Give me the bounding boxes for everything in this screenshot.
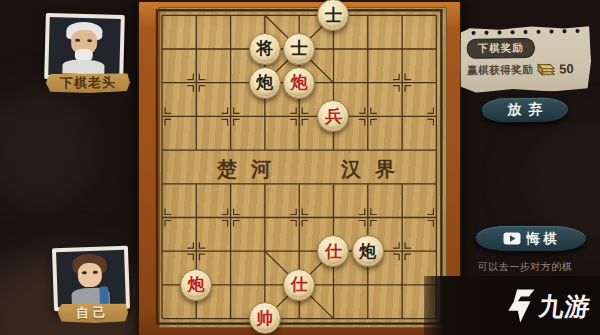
piece-red-炮[interactable]: 炮 [180, 269, 212, 301]
opponent-avatar [62, 21, 105, 72]
reward-desc: 赢棋获得奖励 [467, 62, 533, 77]
piece-red-兵[interactable]: 兵 [317, 100, 349, 132]
undo-hint-text: 可以去一步对方的棋 [452, 260, 598, 274]
piece-red-帅[interactable]: 帅 [249, 302, 281, 334]
reward-title: 下棋奖励 [478, 41, 524, 56]
piece-red-仕[interactable]: 仕 [283, 269, 315, 301]
piece-red-炮[interactable]: 炮 [283, 67, 315, 99]
piece-black-士[interactable]: 士 [283, 33, 315, 65]
reward-title-badge: 下棋奖励 [467, 38, 535, 59]
piece-black-士[interactable]: 士 [317, 0, 349, 31]
undo-label: 悔棋 [527, 230, 560, 248]
piece-black-炮[interactable]: 炮 [352, 235, 384, 267]
piece-red-仕[interactable]: 仕 [317, 235, 349, 267]
background-texture [520, 120, 600, 240]
binder-holes [459, 25, 590, 35]
piece-grid: 士将士炮炮兵仕炮炮仕帅 [145, 0, 454, 335]
opponent-name-banner: 下棋老头 [46, 72, 130, 93]
piece-black-炮[interactable]: 炮 [249, 67, 281, 99]
background-texture [0, 90, 100, 210]
watermark: 九游 [506, 286, 591, 326]
game-screen: 楚河 汉界 士将士炮炮兵仕炮炮仕帅 下棋老头 [0, 0, 600, 335]
watermark-text: 九游 [537, 290, 592, 323]
piece-black-将[interactable]: 将 [249, 33, 281, 65]
xiangqi-board[interactable]: 楚河 汉界 士将士炮炮兵仕炮炮仕帅 [137, 0, 462, 335]
reward-note: 下棋奖励 赢棋获得奖励 50 [459, 25, 591, 93]
self-portrait [52, 246, 130, 312]
banknote-stack-icon [536, 61, 558, 76]
giveup-button[interactable]: 放弃 [482, 97, 568, 122]
video-ad-icon [503, 232, 521, 245]
reward-amount: 50 [559, 61, 574, 76]
opponent-portrait [44, 13, 125, 81]
self-name: 自己 [76, 304, 110, 323]
undo-button[interactable]: 悔棋 [476, 226, 586, 251]
9game-logo-icon [506, 286, 536, 326]
giveup-label: 放弃 [500, 101, 549, 120]
self-name-banner: 自己 [58, 302, 128, 323]
self-avatar [68, 253, 114, 305]
opponent-name: 下棋老头 [60, 74, 116, 93]
